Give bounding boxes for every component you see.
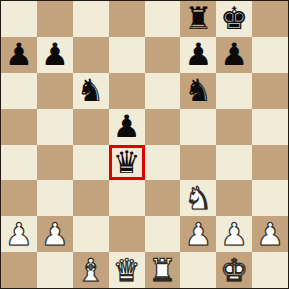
square-a2[interactable]: ♟ <box>1 216 37 252</box>
square-f2[interactable]: ♟ <box>180 216 216 252</box>
square-a4[interactable] <box>1 145 37 181</box>
white-pawn-g2[interactable]: ♟ <box>220 219 248 250</box>
square-b3[interactable] <box>37 180 73 216</box>
square-h1[interactable] <box>252 252 288 288</box>
black-knight-c6[interactable]: ♞ <box>77 75 105 106</box>
square-g3[interactable] <box>216 180 252 216</box>
square-a3[interactable] <box>1 180 37 216</box>
square-h6[interactable] <box>252 73 288 109</box>
square-d8[interactable] <box>109 1 145 37</box>
black-pawn-a7[interactable]: ♟ <box>5 39 33 70</box>
square-g2[interactable]: ♟ <box>216 216 252 252</box>
square-a8[interactable] <box>1 1 37 37</box>
square-d2[interactable] <box>109 216 145 252</box>
square-c6[interactable]: ♞ <box>73 73 109 109</box>
black-pawn-b7[interactable]: ♟ <box>41 39 69 70</box>
square-c8[interactable] <box>73 1 109 37</box>
black-pawn-g7[interactable]: ♟ <box>220 39 248 70</box>
square-c1[interactable]: ♝ <box>73 252 109 288</box>
chess-board: ♜♚♟♟♟♟♞♞♟♛♞♟♟♟♟♟♝♛♜♚ <box>0 0 289 289</box>
square-f3[interactable]: ♞ <box>180 180 216 216</box>
square-b4[interactable] <box>37 145 73 181</box>
white-queen-d1[interactable]: ♛ <box>113 255 141 286</box>
square-d6[interactable] <box>109 73 145 109</box>
black-queen-d4[interactable]: ♛ <box>113 147 141 178</box>
square-h2[interactable]: ♟ <box>252 216 288 252</box>
square-e3[interactable] <box>145 180 181 216</box>
square-f1[interactable] <box>180 252 216 288</box>
square-b2[interactable]: ♟ <box>37 216 73 252</box>
square-f8[interactable]: ♜ <box>180 1 216 37</box>
square-e1[interactable]: ♜ <box>145 252 181 288</box>
white-bishop-c1[interactable]: ♝ <box>77 255 105 286</box>
square-f7[interactable]: ♟ <box>180 37 216 73</box>
square-a7[interactable]: ♟ <box>1 37 37 73</box>
square-g6[interactable] <box>216 73 252 109</box>
white-pawn-f2[interactable]: ♟ <box>184 219 212 250</box>
square-b1[interactable] <box>37 252 73 288</box>
square-f6[interactable]: ♞ <box>180 73 216 109</box>
black-rook-f8[interactable]: ♜ <box>184 3 212 34</box>
square-g7[interactable]: ♟ <box>216 37 252 73</box>
square-b6[interactable] <box>37 73 73 109</box>
black-knight-f6[interactable]: ♞ <box>184 75 212 106</box>
square-c4[interactable] <box>73 145 109 181</box>
square-h8[interactable] <box>252 1 288 37</box>
square-g5[interactable] <box>216 109 252 145</box>
square-e4[interactable] <box>145 145 181 181</box>
white-pawn-b2[interactable]: ♟ <box>41 219 69 250</box>
square-h7[interactable] <box>252 37 288 73</box>
square-h5[interactable] <box>252 109 288 145</box>
white-pawn-a2[interactable]: ♟ <box>5 219 33 250</box>
square-g1[interactable]: ♚ <box>216 252 252 288</box>
square-e6[interactable] <box>145 73 181 109</box>
square-d3[interactable] <box>109 180 145 216</box>
white-king-g1[interactable]: ♚ <box>220 255 248 286</box>
square-a1[interactable] <box>1 252 37 288</box>
square-c3[interactable] <box>73 180 109 216</box>
white-knight-f3[interactable]: ♞ <box>184 183 212 214</box>
square-c2[interactable] <box>73 216 109 252</box>
black-pawn-d5[interactable]: ♟ <box>113 111 141 142</box>
square-e2[interactable] <box>145 216 181 252</box>
black-king-g8[interactable]: ♚ <box>220 3 248 34</box>
white-rook-e1[interactable]: ♜ <box>149 255 177 286</box>
square-a6[interactable] <box>1 73 37 109</box>
square-b5[interactable] <box>37 109 73 145</box>
square-b8[interactable] <box>37 1 73 37</box>
white-pawn-h2[interactable]: ♟ <box>256 219 284 250</box>
square-d5[interactable]: ♟ <box>109 109 145 145</box>
black-pawn-f7[interactable]: ♟ <box>184 39 212 70</box>
square-h3[interactable] <box>252 180 288 216</box>
square-g4[interactable] <box>216 145 252 181</box>
square-f5[interactable] <box>180 109 216 145</box>
square-e8[interactable] <box>145 1 181 37</box>
square-h4[interactable] <box>252 145 288 181</box>
square-a5[interactable] <box>1 109 37 145</box>
square-e5[interactable] <box>145 109 181 145</box>
square-c7[interactable] <box>73 37 109 73</box>
square-d1[interactable]: ♛ <box>109 252 145 288</box>
square-b7[interactable]: ♟ <box>37 37 73 73</box>
square-d7[interactable] <box>109 37 145 73</box>
square-f4[interactable] <box>180 145 216 181</box>
square-g8[interactable]: ♚ <box>216 1 252 37</box>
square-c5[interactable] <box>73 109 109 145</box>
square-e7[interactable] <box>145 37 181 73</box>
square-d4[interactable]: ♛ <box>109 145 145 181</box>
